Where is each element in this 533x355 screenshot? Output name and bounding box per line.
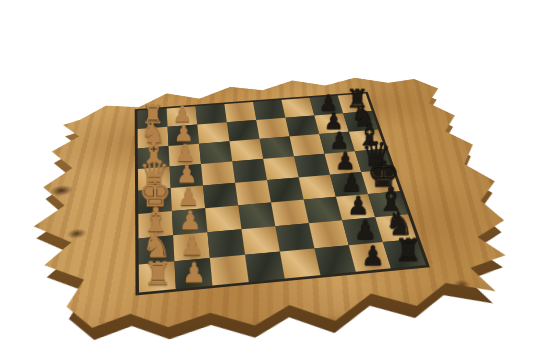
board-field: ♜♟♟♜♞♟♟♞♝♟♟♝♛♟♟♛♚♟♟♚♝♟♟♝♞♟♟♞♜♟♟♜ xyxy=(135,92,430,296)
board-square[interactable] xyxy=(271,200,309,227)
chess-piece-black-pawn[interactable]: ♟ xyxy=(348,217,383,243)
board-square[interactable] xyxy=(196,104,227,124)
board-square[interactable]: ♜ xyxy=(139,261,176,292)
chess-piece-white-pawn[interactable]: ♟ xyxy=(176,259,212,286)
board-square[interactable] xyxy=(275,223,314,251)
board-square[interactable] xyxy=(260,136,294,158)
board-square[interactable] xyxy=(203,183,238,208)
chess-piece-black-rook[interactable]: ♜ xyxy=(390,235,426,266)
board-square[interactable] xyxy=(294,154,330,178)
scene: ♜♟♟♜♞♟♟♞♝♟♟♝♛♟♟♛♚♟♟♚♝♟♟♝♞♟♟♞♜♟♟♜ xyxy=(0,0,533,355)
chess-piece-white-pawn[interactable]: ♟ xyxy=(174,233,209,259)
board-square[interactable] xyxy=(242,226,280,255)
photo-stage: ♜♟♟♜♞♟♟♞♝♟♟♝♛♟♟♛♚♟♟♚♝♟♟♝♞♟♟♞♜♟♟♜ xyxy=(0,0,533,355)
board-square[interactable] xyxy=(201,161,235,185)
board-square[interactable] xyxy=(205,205,241,232)
board-square[interactable] xyxy=(267,177,304,202)
chess-piece-black-pawn[interactable]: ♟ xyxy=(355,243,391,270)
board-square[interactable] xyxy=(256,118,289,139)
board-square[interactable]: ♟ xyxy=(174,258,212,289)
chess-piece-white-rook[interactable]: ♜ xyxy=(139,258,176,290)
board-square[interactable] xyxy=(224,102,256,122)
board-square[interactable] xyxy=(299,175,336,200)
board-square[interactable] xyxy=(229,139,263,162)
board-square[interactable] xyxy=(304,197,343,223)
board-square[interactable] xyxy=(199,141,232,164)
board-square[interactable] xyxy=(245,252,285,282)
board-square[interactable]: ♟ xyxy=(349,242,391,272)
board-square[interactable] xyxy=(281,98,314,118)
board-square[interactable] xyxy=(197,122,229,143)
olive-wood-slab: ♜♟♟♜♞♟♟♞♝♟♟♝♛♟♟♛♚♟♟♚♝♟♟♝♞♟♟♞♜♟♟♜ xyxy=(18,62,533,352)
board-square[interactable] xyxy=(232,159,267,183)
board-square[interactable] xyxy=(207,229,245,258)
board-square[interactable] xyxy=(263,156,298,180)
board-square[interactable] xyxy=(227,120,260,141)
board-square[interactable] xyxy=(280,248,321,278)
board-square[interactable] xyxy=(253,100,285,120)
board-square[interactable] xyxy=(238,202,275,229)
board-square[interactable] xyxy=(210,255,249,286)
board-square[interactable] xyxy=(235,180,271,205)
